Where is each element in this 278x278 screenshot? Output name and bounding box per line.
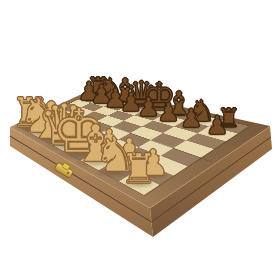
product-photo-stage: ♜♞♝♛♚♝♞♜♟♟♟♟♟♟♟♟♟♟♟♟♟♟♟♟♜♞♝♛♚♝♞♜ [0, 0, 278, 278]
